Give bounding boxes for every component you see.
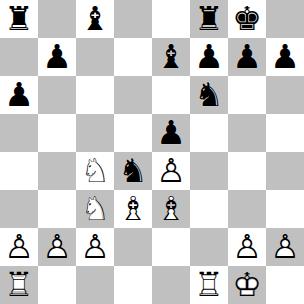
square-h7[interactable]: ♟ (266, 38, 304, 76)
square-a4[interactable] (0, 152, 38, 190)
square-c2[interactable]: ♟♙ (76, 228, 114, 266)
black-bishop-icon: ♝ (76, 0, 114, 38)
square-g8[interactable]: ♚ (228, 0, 266, 38)
black-rook-f8: ♜ (190, 0, 228, 38)
square-e3[interactable]: ♝♗ (152, 190, 190, 228)
white-king-icon: ♔ (228, 266, 266, 304)
white-bishop-e3: ♝♗ (152, 190, 190, 228)
white-rook-a1: ♜♖ (0, 266, 38, 304)
black-pawn-icon: ♟ (0, 76, 38, 114)
square-c6[interactable] (76, 76, 114, 114)
black-knight-f6: ♞ (190, 76, 228, 114)
square-g3[interactable] (228, 190, 266, 228)
square-a7[interactable] (0, 38, 38, 76)
square-g5[interactable] (228, 114, 266, 152)
square-a2[interactable]: ♟♙ (0, 228, 38, 266)
square-f4[interactable] (190, 152, 228, 190)
square-a1[interactable]: ♜♖ (0, 266, 38, 304)
square-b5[interactable] (38, 114, 76, 152)
white-pawn-g2: ♟♙ (228, 228, 266, 266)
white-pawn-a2: ♟♙ (0, 228, 38, 266)
square-f7[interactable]: ♟ (190, 38, 228, 76)
white-pawn-icon: ♙ (76, 228, 114, 266)
white-pawn-b2: ♟♙ (38, 228, 76, 266)
white-pawn-icon: ♙ (152, 152, 190, 190)
square-f1[interactable]: ♜♖ (190, 266, 228, 304)
black-pawn-a6: ♟ (0, 76, 38, 114)
square-g1[interactable]: ♚♔ (228, 266, 266, 304)
square-c7[interactable] (76, 38, 114, 76)
square-f5[interactable] (190, 114, 228, 152)
square-c8[interactable]: ♝ (76, 0, 114, 38)
black-pawn-icon: ♟ (190, 38, 228, 76)
black-pawn-icon: ♟ (38, 38, 76, 76)
square-e8[interactable] (152, 0, 190, 38)
white-bishop-d3: ♝♗ (114, 190, 152, 228)
white-bishop-icon: ♗ (114, 190, 152, 228)
square-g4[interactable] (228, 152, 266, 190)
white-pawn-h2: ♟♙ (266, 228, 304, 266)
black-pawn-icon: ♟ (152, 114, 190, 152)
white-pawn-icon: ♙ (228, 228, 266, 266)
chess-board: ♜♝♜♚♟♝♟♟♟♟♞♟♞♘♞♟♙♞♘♝♗♝♗♟♙♟♙♟♙♟♙♟♙♜♖♜♖♚♔ (0, 0, 304, 304)
square-b4[interactable] (38, 152, 76, 190)
square-b8[interactable] (38, 0, 76, 38)
square-h5[interactable] (266, 114, 304, 152)
black-bishop-e7: ♝ (152, 38, 190, 76)
square-h3[interactable] (266, 190, 304, 228)
square-d5[interactable] (114, 114, 152, 152)
black-rook-icon: ♜ (0, 0, 38, 38)
square-d6[interactable] (114, 76, 152, 114)
black-rook-icon: ♜ (190, 0, 228, 38)
square-e6[interactable] (152, 76, 190, 114)
black-pawn-f7: ♟ (190, 38, 228, 76)
square-h1[interactable] (266, 266, 304, 304)
square-e5[interactable]: ♟ (152, 114, 190, 152)
square-e1[interactable] (152, 266, 190, 304)
black-king-g8: ♚ (228, 0, 266, 38)
square-a5[interactable] (0, 114, 38, 152)
white-pawn-c2: ♟♙ (76, 228, 114, 266)
square-h2[interactable]: ♟♙ (266, 228, 304, 266)
square-d2[interactable] (114, 228, 152, 266)
square-h8[interactable] (266, 0, 304, 38)
square-a3[interactable] (0, 190, 38, 228)
square-g7[interactable]: ♟ (228, 38, 266, 76)
white-rook-icon: ♖ (0, 266, 38, 304)
white-king-g1: ♚♔ (228, 266, 266, 304)
square-e4[interactable]: ♟♙ (152, 152, 190, 190)
square-f8[interactable]: ♜ (190, 0, 228, 38)
square-h6[interactable] (266, 76, 304, 114)
square-d4[interactable]: ♞ (114, 152, 152, 190)
white-rook-icon: ♖ (190, 266, 228, 304)
square-b1[interactable] (38, 266, 76, 304)
square-a8[interactable]: ♜ (0, 0, 38, 38)
square-b7[interactable]: ♟ (38, 38, 76, 76)
square-d8[interactable] (114, 0, 152, 38)
chess-app-window: ♜♝♜♚♟♝♟♟♟♟♞♟♞♘♞♟♙♞♘♝♗♝♗♟♙♟♙♟♙♟♙♟♙♜♖♜♖♚♔ (0, 0, 304, 304)
white-bishop-icon: ♗ (152, 190, 190, 228)
square-f3[interactable] (190, 190, 228, 228)
white-pawn-e4: ♟♙ (152, 152, 190, 190)
square-b6[interactable] (38, 76, 76, 114)
black-pawn-icon: ♟ (228, 38, 266, 76)
square-f6[interactable]: ♞ (190, 76, 228, 114)
square-d1[interactable] (114, 266, 152, 304)
square-b3[interactable] (38, 190, 76, 228)
white-knight-icon: ♘ (76, 152, 114, 190)
square-c3[interactable]: ♞♘ (76, 190, 114, 228)
square-g6[interactable] (228, 76, 266, 114)
white-pawn-icon: ♙ (0, 228, 38, 266)
square-b2[interactable]: ♟♙ (38, 228, 76, 266)
square-e7[interactable]: ♝ (152, 38, 190, 76)
square-h4[interactable] (266, 152, 304, 190)
black-pawn-g7: ♟ (228, 38, 266, 76)
square-d3[interactable]: ♝♗ (114, 190, 152, 228)
square-f2[interactable] (190, 228, 228, 266)
white-knight-c4: ♞♘ (76, 152, 114, 190)
black-pawn-icon: ♟ (266, 38, 304, 76)
black-pawn-e5: ♟ (152, 114, 190, 152)
black-knight-icon: ♞ (190, 76, 228, 114)
white-pawn-icon: ♙ (38, 228, 76, 266)
black-knight-icon: ♞ (114, 152, 152, 190)
square-e2[interactable] (152, 228, 190, 266)
square-c5[interactable] (76, 114, 114, 152)
black-bishop-c8: ♝ (76, 0, 114, 38)
white-pawn-icon: ♙ (266, 228, 304, 266)
black-king-icon: ♚ (228, 0, 266, 38)
black-bishop-icon: ♝ (152, 38, 190, 76)
square-d7[interactable] (114, 38, 152, 76)
square-g2[interactable]: ♟♙ (228, 228, 266, 266)
white-rook-f1: ♜♖ (190, 266, 228, 304)
square-c4[interactable]: ♞♘ (76, 152, 114, 190)
black-rook-a8: ♜ (0, 0, 38, 38)
square-a6[interactable]: ♟ (0, 76, 38, 114)
square-c1[interactable] (76, 266, 114, 304)
black-pawn-h7: ♟ (266, 38, 304, 76)
white-knight-c3: ♞♘ (76, 190, 114, 228)
black-knight-d4: ♞ (114, 152, 152, 190)
black-pawn-b7: ♟ (38, 38, 76, 76)
white-knight-icon: ♘ (76, 190, 114, 228)
